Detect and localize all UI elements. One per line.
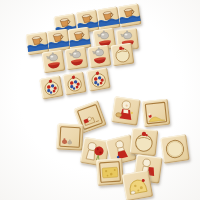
frame-mice-art-icon [56,123,83,150]
tile-basket-lid[interactable] [130,128,159,157]
basket-lid-art-icon [130,128,159,157]
tile-group-scattered [0,0,200,200]
frame-sand-art-icon [142,99,171,128]
plate-empty-art-icon [160,134,189,163]
tile-frame-sand[interactable] [142,99,171,128]
cheese-mouse-art-icon [121,169,152,200]
tile-frame-cheese[interactable] [96,158,124,186]
frame-cheese-art-icon [96,158,124,186]
girl-flowers-art-icon [111,96,140,125]
photo-canvas [0,0,200,200]
tile-frame-mice[interactable] [56,123,83,150]
tile-plate-empty[interactable] [160,134,189,163]
tile-cheese-mouse[interactable] [121,169,152,200]
tile-girl-flowers[interactable] [111,96,140,125]
